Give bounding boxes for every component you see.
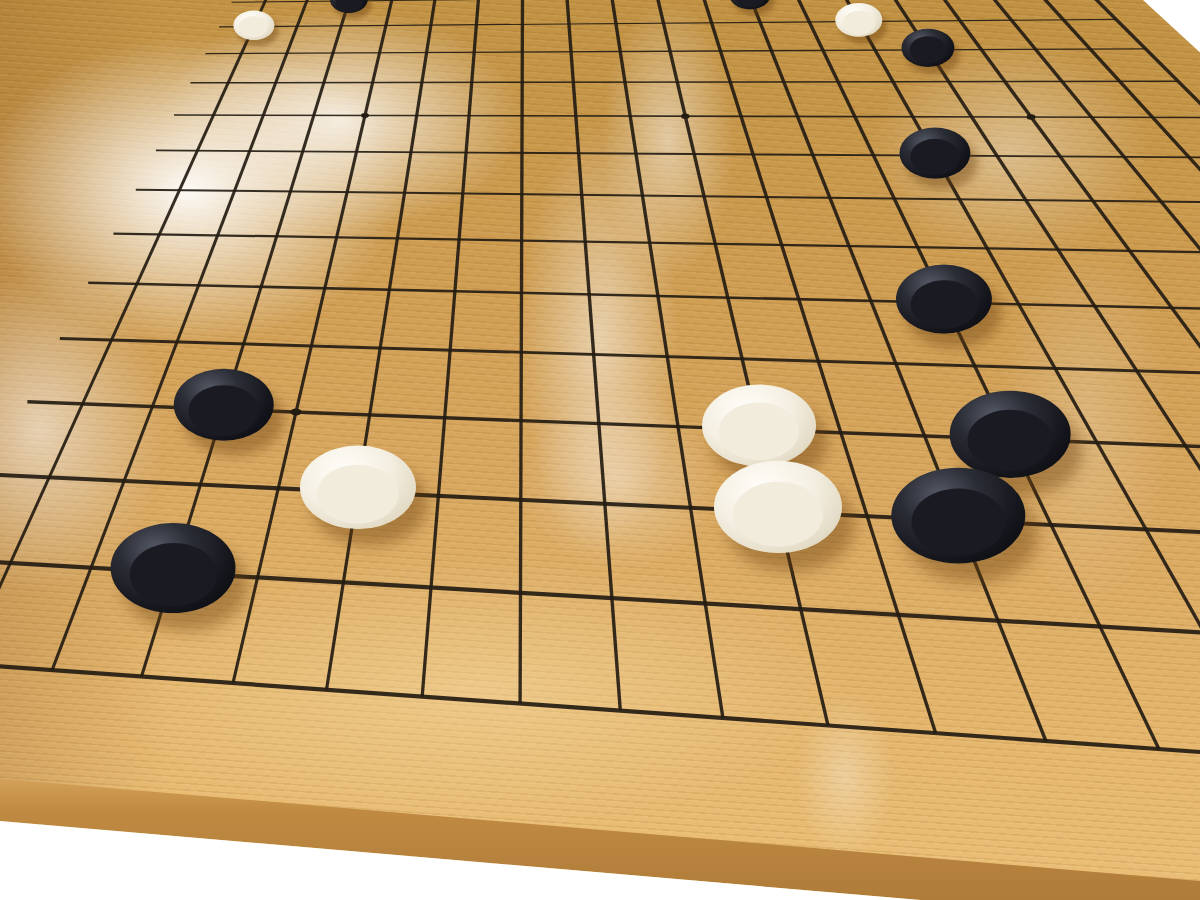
black-stone-glyph: ● <box>906 129 963 176</box>
go-stone-black[interactable]: ● <box>899 127 970 178</box>
black-stone-glyph: ● <box>733 0 767 9</box>
go-stone-black[interactable]: ● <box>896 264 992 333</box>
white-stone-glyph: ● <box>727 464 830 549</box>
go-stone-white[interactable]: ● <box>702 384 816 466</box>
black-stone-glyph: ● <box>905 471 1012 559</box>
white-stone-glyph: ● <box>311 449 404 526</box>
black-stone-glyph: ● <box>906 267 983 331</box>
go-stone-white[interactable]: ● <box>835 3 882 37</box>
go-stone-black[interactable]: ● <box>330 0 368 13</box>
black-stone-glyph: ● <box>962 394 1059 474</box>
black-stone-glyph: ● <box>123 526 223 609</box>
black-stone-glyph: ● <box>183 372 264 439</box>
go-stone-white[interactable]: ● <box>233 10 274 40</box>
go-stone-black[interactable]: ● <box>892 467 1025 563</box>
go-stone-black[interactable]: ● <box>729 0 771 10</box>
go-stone-white[interactable]: ● <box>714 461 842 553</box>
stones-layer[interactable]: ●●●●●●●●●●●●●● <box>0 0 1200 900</box>
go-stone-black[interactable]: ● <box>901 29 954 67</box>
go-board-photo: ●●●●●●●●●●●●●● <box>0 0 1200 900</box>
black-stone-glyph: ● <box>334 0 365 12</box>
go-stone-black[interactable]: ● <box>173 369 273 441</box>
white-stone-glyph: ● <box>713 387 805 463</box>
go-stone-black[interactable]: ● <box>111 523 236 613</box>
go-stone-white[interactable]: ● <box>300 446 416 530</box>
white-stone-glyph: ● <box>237 11 270 38</box>
black-stone-glyph: ● <box>907 30 950 65</box>
white-stone-glyph: ● <box>840 4 878 35</box>
